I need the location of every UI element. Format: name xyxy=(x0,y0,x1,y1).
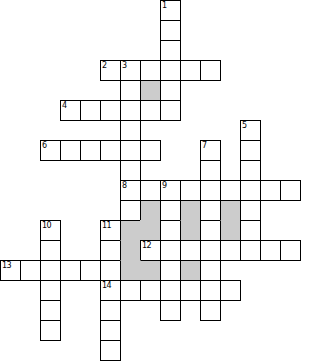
answer-cell-r13c2[interactable] xyxy=(40,260,61,281)
answer-cell-r9c12[interactable] xyxy=(240,180,261,201)
answer-cell-r11c12[interactable] xyxy=(240,220,261,241)
answer-cell-r4c8[interactable] xyxy=(160,80,181,101)
answer-cell-r12c8[interactable] xyxy=(160,240,181,261)
answer-cell-r6c12[interactable] xyxy=(240,120,261,141)
shaded-cell-r13c6 xyxy=(120,260,141,281)
shaded-cell-r11c6 xyxy=(120,220,141,241)
answer-cell-r12c2[interactable] xyxy=(40,240,61,261)
answer-cell-r5c7[interactable] xyxy=(140,100,161,121)
answer-cell-r13c3[interactable] xyxy=(60,260,81,281)
answer-cell-r13c1[interactable] xyxy=(20,260,41,281)
answer-cell-r3c10[interactable] xyxy=(200,60,221,81)
crossword-page: 1234567891011121314 xyxy=(0,0,320,361)
answer-cell-r13c8[interactable] xyxy=(160,260,181,281)
shaded-cell-r13c9 xyxy=(180,260,201,281)
answer-cell-r11c2[interactable] xyxy=(40,220,61,241)
answer-cell-r11c8[interactable] xyxy=(160,220,181,241)
answer-cell-r14c8[interactable] xyxy=(160,280,181,301)
answer-cell-r10c12[interactable] xyxy=(240,200,261,221)
shaded-cell-r10c11 xyxy=(220,200,241,221)
answer-cell-r15c10[interactable] xyxy=(200,300,221,321)
answer-cell-r13c5[interactable] xyxy=(100,260,121,281)
answer-cell-r12c7[interactable] xyxy=(140,240,161,261)
answer-cell-r7c10[interactable] xyxy=(200,140,221,161)
answer-cell-r6c6[interactable] xyxy=(120,120,141,141)
shaded-cell-r11c9 xyxy=(180,220,201,241)
answer-cell-r7c7[interactable] xyxy=(140,140,161,161)
answer-cell-r4c6[interactable] xyxy=(120,80,141,101)
answer-cell-r13c4[interactable] xyxy=(80,260,101,281)
answer-cell-r13c0[interactable] xyxy=(0,260,21,281)
answer-cell-r0c8[interactable] xyxy=(160,0,181,21)
answer-cell-r9c10[interactable] xyxy=(200,180,221,201)
answer-cell-r15c5[interactable] xyxy=(100,300,121,321)
crossword-board: 1234567891011121314 xyxy=(0,0,301,361)
answer-cell-r1c8[interactable] xyxy=(160,20,181,41)
answer-cell-r7c6[interactable] xyxy=(120,140,141,161)
answer-cell-r9c14[interactable] xyxy=(280,180,301,201)
answer-cell-r12c10[interactable] xyxy=(200,240,221,261)
answer-cell-r3c5[interactable] xyxy=(100,60,121,81)
answer-cell-r3c7[interactable] xyxy=(140,60,161,81)
answer-cell-r9c6[interactable] xyxy=(120,180,141,201)
answer-cell-r14c11[interactable] xyxy=(220,280,241,301)
answer-cell-r7c2[interactable] xyxy=(40,140,61,161)
shaded-cell-r10c9 xyxy=(180,200,201,221)
answer-cell-r8c6[interactable] xyxy=(120,160,141,181)
answer-cell-r11c10[interactable] xyxy=(200,220,221,241)
answer-cell-r10c10[interactable] xyxy=(200,200,221,221)
answer-cell-r10c6[interactable] xyxy=(120,200,141,221)
answer-cell-r13c10[interactable] xyxy=(200,260,221,281)
answer-cell-r5c5[interactable] xyxy=(100,100,121,121)
answer-cell-r3c9[interactable] xyxy=(180,60,201,81)
answer-cell-r11c5[interactable] xyxy=(100,220,121,241)
answer-cell-r3c8[interactable] xyxy=(160,60,181,81)
answer-cell-r9c13[interactable] xyxy=(260,180,281,201)
answer-cell-r15c8[interactable] xyxy=(160,300,181,321)
answer-cell-r12c9[interactable] xyxy=(180,240,201,261)
shaded-cell-r10c7 xyxy=(140,200,161,221)
answer-cell-r12c5[interactable] xyxy=(100,240,121,261)
answer-cell-r7c5[interactable] xyxy=(100,140,121,161)
answer-cell-r9c8[interactable] xyxy=(160,180,181,201)
answer-cell-r5c3[interactable] xyxy=(60,100,81,121)
shaded-cell-r13c7 xyxy=(140,260,161,281)
answer-cell-r7c12[interactable] xyxy=(240,140,261,161)
answer-cell-r7c3[interactable] xyxy=(60,140,81,161)
answer-cell-r14c5[interactable] xyxy=(100,280,121,301)
answer-cell-r8c12[interactable] xyxy=(240,160,261,181)
answer-cell-r3c6[interactable] xyxy=(120,60,141,81)
answer-cell-r10c8[interactable] xyxy=(160,200,181,221)
answer-cell-r16c2[interactable] xyxy=(40,320,61,341)
answer-cell-r5c6[interactable] xyxy=(120,100,141,121)
answer-cell-r2c8[interactable] xyxy=(160,40,181,61)
answer-cell-r14c7[interactable] xyxy=(140,280,161,301)
answer-cell-r9c7[interactable] xyxy=(140,180,161,201)
answer-cell-r12c11[interactable] xyxy=(220,240,241,261)
answer-cell-r12c14[interactable] xyxy=(280,240,301,261)
answer-cell-r5c8[interactable] xyxy=(160,100,181,121)
answer-cell-r14c6[interactable] xyxy=(120,280,141,301)
shaded-cell-r11c11 xyxy=(220,220,241,241)
answer-cell-r9c9[interactable] xyxy=(180,180,201,201)
shaded-cell-r4c7 xyxy=(140,80,161,101)
answer-cell-r5c4[interactable] xyxy=(80,100,101,121)
answer-cell-r17c5[interactable] xyxy=(100,340,121,361)
answer-cell-r7c4[interactable] xyxy=(80,140,101,161)
answer-cell-r12c13[interactable] xyxy=(260,240,281,261)
answer-cell-r15c2[interactable] xyxy=(40,300,61,321)
shaded-cell-r11c7 xyxy=(140,220,161,241)
answer-cell-r14c2[interactable] xyxy=(40,280,61,301)
answer-cell-r9c11[interactable] xyxy=(220,180,241,201)
answer-cell-r14c10[interactable] xyxy=(200,280,221,301)
shaded-cell-r12c6 xyxy=(120,240,141,261)
answer-cell-r8c10[interactable] xyxy=(200,160,221,181)
answer-cell-r14c9[interactable] xyxy=(180,280,201,301)
answer-cell-r12c12[interactable] xyxy=(240,240,261,261)
answer-cell-r16c5[interactable] xyxy=(100,320,121,341)
